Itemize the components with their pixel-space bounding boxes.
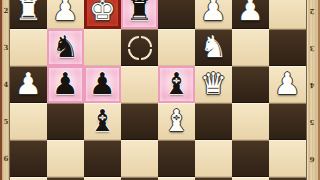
marker-arc-br xyxy=(141,49,152,60)
square-e6[interactable] xyxy=(121,140,158,177)
square-h5[interactable] xyxy=(10,103,47,140)
rank-label-left-5: 5 xyxy=(2,116,10,128)
square-g2[interactable]: ♟ xyxy=(47,0,84,29)
black-knight-icon: ♞ xyxy=(52,32,79,62)
square-a3[interactable] xyxy=(269,29,306,66)
black-pawn-icon: ♟ xyxy=(52,69,79,99)
black-bishop-icon: ♝ xyxy=(163,69,190,99)
rank-label-right-6: 6 xyxy=(306,153,318,165)
last-move-origin-marker xyxy=(128,36,152,60)
black-bishop-icon: ♝ xyxy=(89,106,116,136)
square-d2[interactable] xyxy=(158,0,195,29)
rank-label-right-5: 5 xyxy=(306,116,318,128)
square-g6[interactable] xyxy=(47,140,84,177)
square-b5[interactable] xyxy=(232,103,269,140)
white-queen-icon: ♛ xyxy=(200,69,227,99)
rank-label-left-2: 2 xyxy=(2,5,10,17)
rank-label-left-6: 6 xyxy=(2,153,10,165)
black-pawn-icon: ♟ xyxy=(89,69,116,99)
square-c2[interactable]: ♟ xyxy=(195,0,232,29)
rank-label-right-2: 2 xyxy=(306,5,318,17)
rank-label-left-3: 3 xyxy=(2,42,10,54)
white-pawn-icon: ♟ xyxy=(274,69,301,99)
square-a5[interactable] xyxy=(269,103,306,140)
white-pawn-icon: ♟ xyxy=(52,0,79,25)
square-a4[interactable]: ♟ xyxy=(269,66,306,103)
square-e5[interactable] xyxy=(121,103,158,140)
white-pawn-icon: ♟ xyxy=(15,69,42,99)
rank-labels-left-rail: 23456 xyxy=(0,0,10,180)
marker-arc-bl xyxy=(128,49,139,60)
square-e7[interactable] xyxy=(121,177,158,180)
square-e4[interactable] xyxy=(121,66,158,103)
square-h2[interactable]: ♜ xyxy=(10,0,47,29)
square-g7[interactable] xyxy=(47,177,84,180)
square-c6[interactable] xyxy=(195,140,232,177)
square-e2[interactable]: ♜ xyxy=(121,0,158,29)
rank-labels-right-rail: 23456 xyxy=(306,0,320,180)
square-d3[interactable] xyxy=(158,29,195,66)
square-g3[interactable]: ♞ xyxy=(47,29,84,66)
square-b7[interactable] xyxy=(232,177,269,180)
square-f7[interactable] xyxy=(84,177,121,180)
square-d4[interactable]: ♝ xyxy=(158,66,195,103)
square-a7[interactable] xyxy=(269,177,306,180)
square-h3[interactable] xyxy=(10,29,47,66)
square-a2[interactable] xyxy=(269,0,306,29)
square-c5[interactable] xyxy=(195,103,232,140)
chess-app-screen: ♜♟♚♜♟♟♞♞♟♟♟♝♛♟♝♝ 23456 23456 xyxy=(0,0,320,180)
square-d6[interactable] xyxy=(158,140,195,177)
square-b2[interactable]: ♟ xyxy=(232,0,269,29)
square-c4[interactable]: ♛ xyxy=(195,66,232,103)
square-g4[interactable]: ♟ xyxy=(47,66,84,103)
square-d7[interactable] xyxy=(158,177,195,180)
chess-board: ♜♟♚♜♟♟♞♞♟♟♟♝♛♟♝♝ xyxy=(10,0,306,180)
square-f4[interactable]: ♟ xyxy=(84,66,121,103)
rank-label-left-4: 4 xyxy=(2,79,10,91)
marker-arc-tl xyxy=(128,36,139,47)
square-h7[interactable] xyxy=(10,177,47,180)
white-knight-icon: ♞ xyxy=(200,32,227,62)
square-f6[interactable] xyxy=(84,140,121,177)
square-e3[interactable] xyxy=(121,29,158,66)
square-f5[interactable]: ♝ xyxy=(84,103,121,140)
white-pawn-icon: ♟ xyxy=(237,0,264,25)
rank-label-right-3: 3 xyxy=(306,42,318,54)
square-b6[interactable] xyxy=(232,140,269,177)
square-b4[interactable] xyxy=(232,66,269,103)
square-h6[interactable] xyxy=(10,140,47,177)
rank-label-right-4: 4 xyxy=(306,79,318,91)
black-rook-icon: ♜ xyxy=(126,0,153,25)
white-king-icon: ♚ xyxy=(89,0,116,25)
marker-arc-tr xyxy=(141,36,152,47)
square-f3[interactable] xyxy=(84,29,121,66)
square-b3[interactable] xyxy=(232,29,269,66)
square-a6[interactable] xyxy=(269,140,306,177)
white-bishop-icon: ♝ xyxy=(163,106,190,136)
square-g5[interactable] xyxy=(47,103,84,140)
square-c7[interactable] xyxy=(195,177,232,180)
square-d5[interactable]: ♝ xyxy=(158,103,195,140)
square-c3[interactable]: ♞ xyxy=(195,29,232,66)
square-h4[interactable]: ♟ xyxy=(10,66,47,103)
square-f2[interactable]: ♚ xyxy=(84,0,121,29)
white-pawn-icon: ♟ xyxy=(200,0,227,25)
white-rook-icon: ♜ xyxy=(15,0,42,25)
